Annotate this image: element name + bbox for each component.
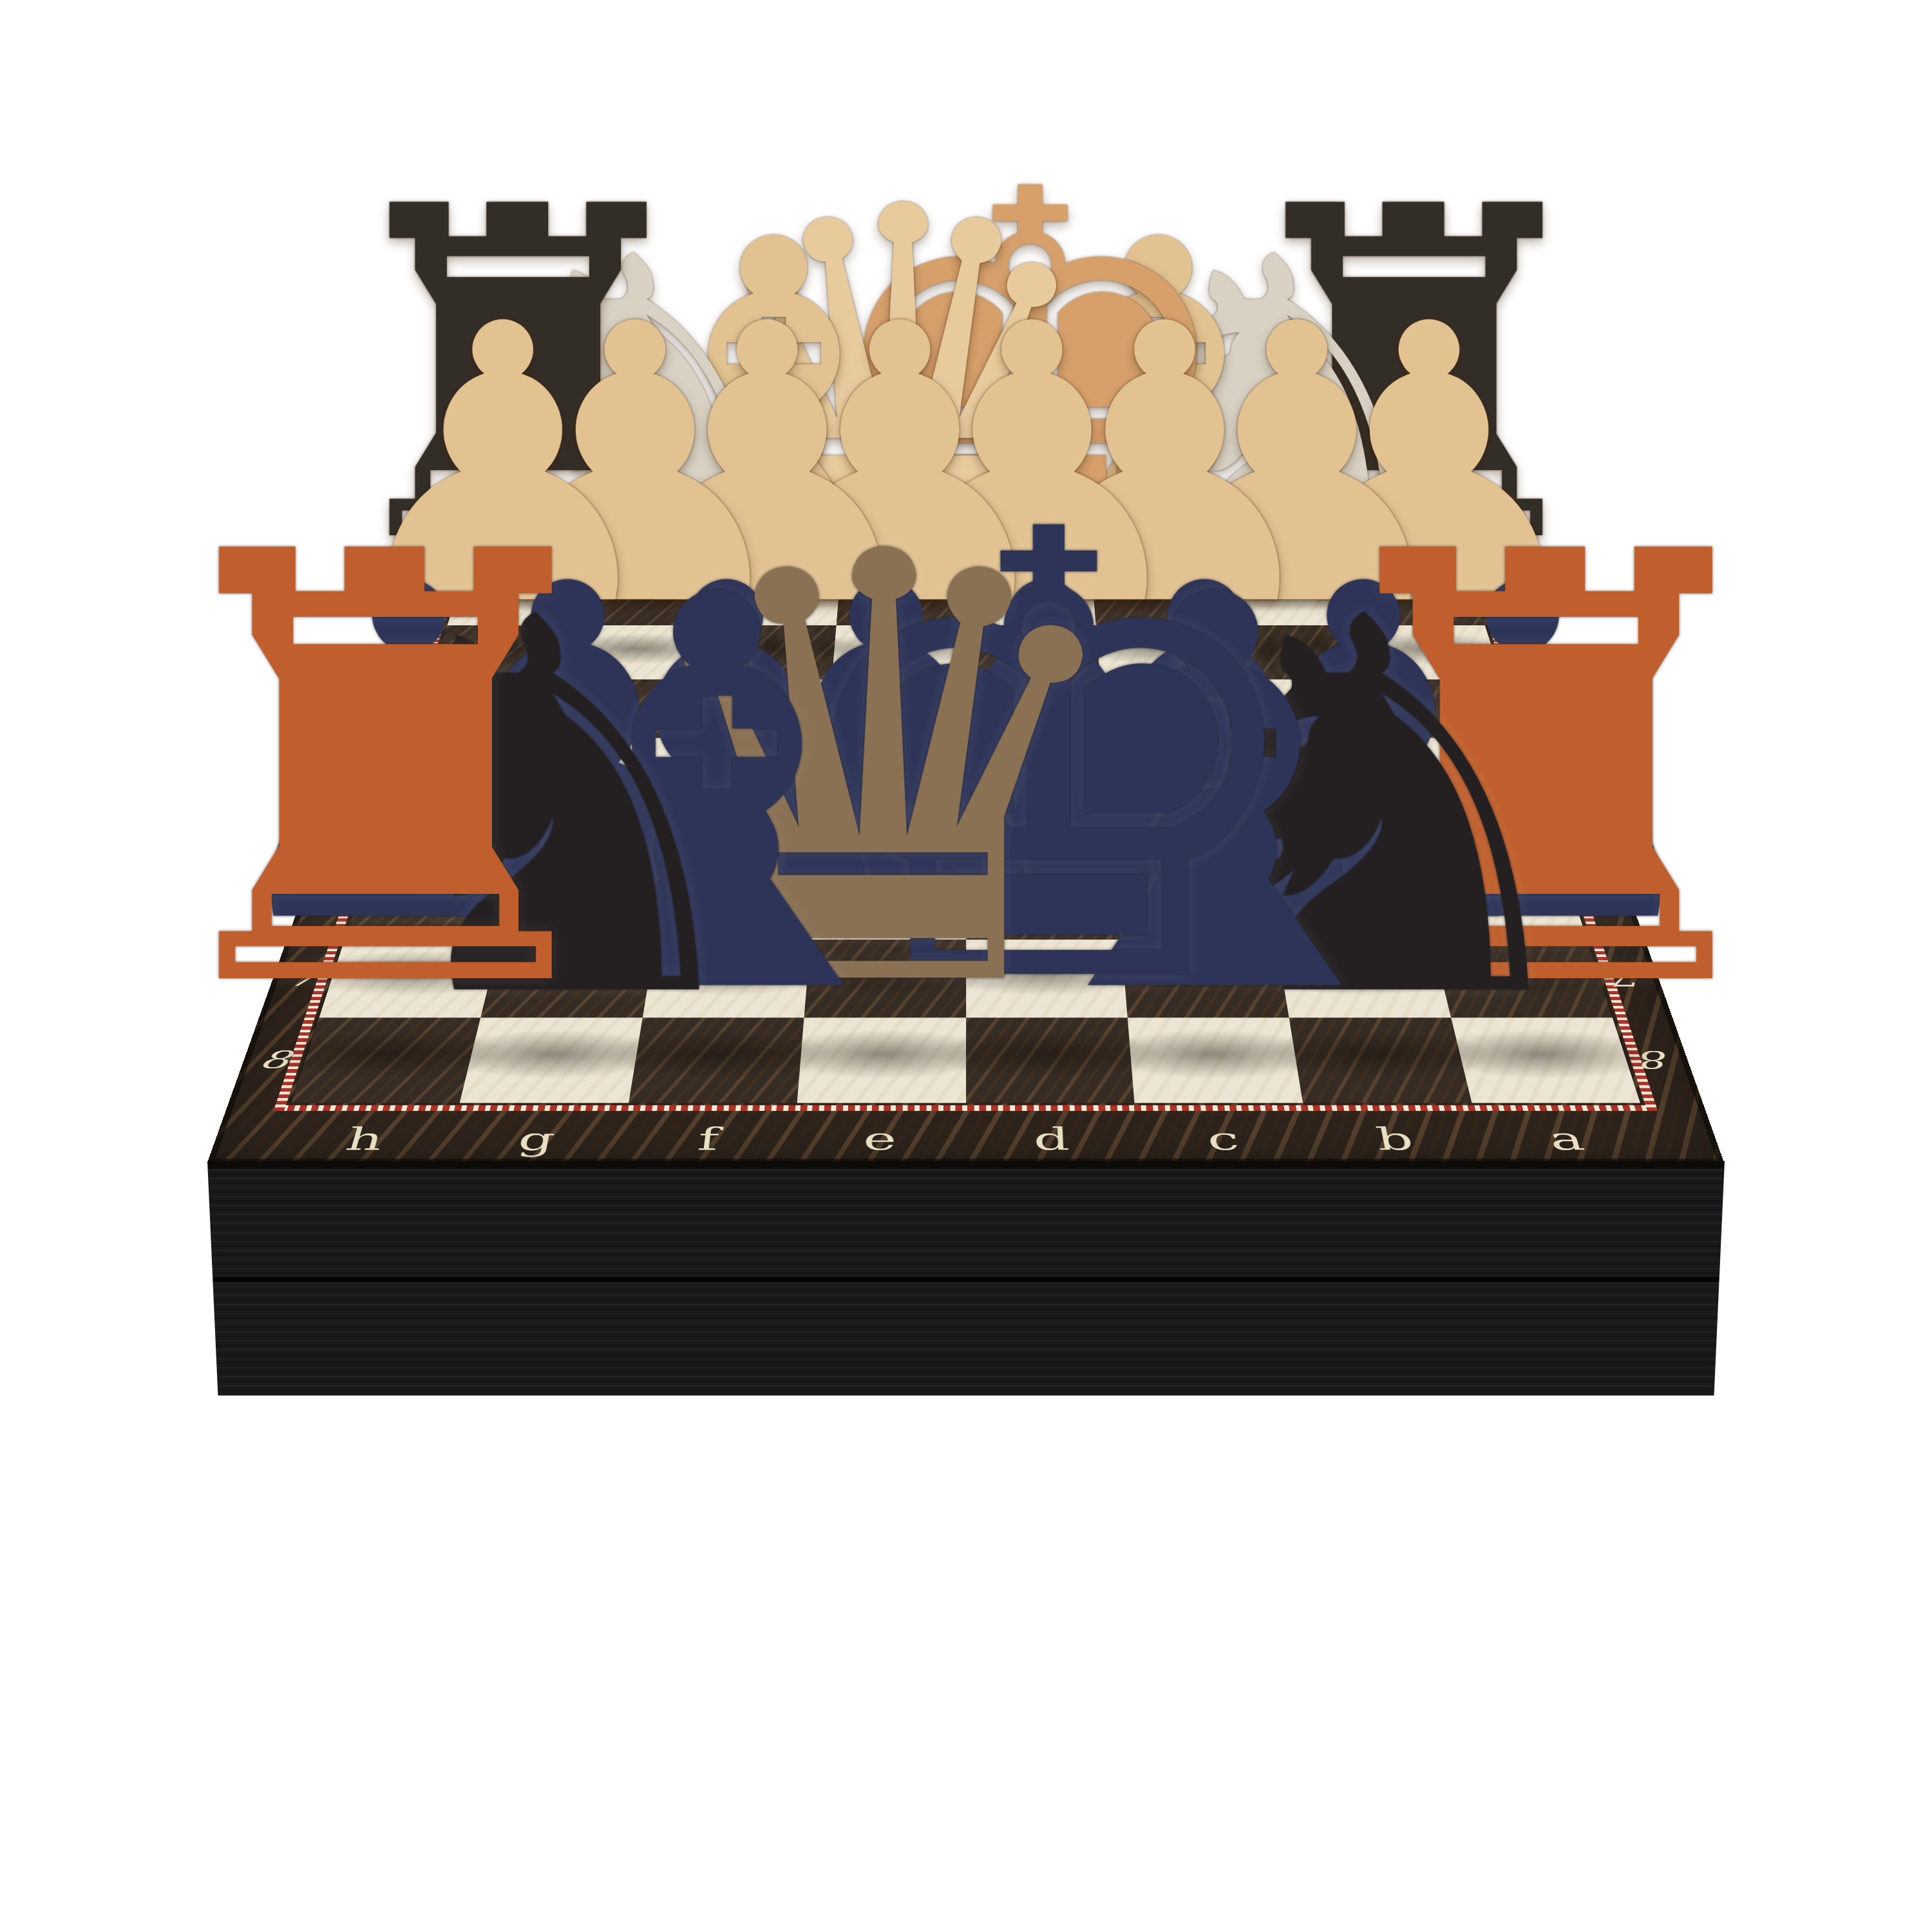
square-g2[interactable] (563, 625, 706, 679)
square-h6[interactable] (345, 867, 518, 940)
file-label-b: b (1328, 1122, 1463, 1157)
square-b7[interactable] (1276, 940, 1451, 1018)
square-c3[interactable] (1100, 679, 1244, 737)
square-g1[interactable] (577, 574, 715, 625)
square-c6[interactable] (1115, 867, 1276, 940)
square-h2[interactable] (430, 625, 577, 679)
trim-border-near (275, 1105, 1657, 1111)
square-d7[interactable] (966, 940, 1128, 1018)
square-a7[interactable] (1432, 940, 1613, 1018)
square-g6[interactable] (500, 867, 667, 940)
square-a6[interactable] (1414, 867, 1587, 940)
board-storage-box (207, 1161, 1725, 1396)
square-h3[interactable] (410, 679, 563, 737)
square-f1[interactable] (706, 574, 840, 625)
square-f4[interactable] (678, 738, 827, 800)
square-d2[interactable] (966, 625, 1100, 679)
square-h8[interactable] (291, 1018, 480, 1103)
file-label-c: c (1158, 1122, 1289, 1157)
square-b6[interactable] (1265, 867, 1432, 940)
square-a2[interactable] (1355, 625, 1502, 679)
square-c5[interactable] (1110, 800, 1264, 867)
file-label-f: f (642, 1122, 774, 1157)
file-label-e: e (815, 1122, 943, 1157)
square-d6[interactable] (966, 867, 1121, 940)
square-d8[interactable] (966, 1018, 1135, 1103)
square-a3[interactable] (1368, 679, 1522, 737)
square-g4[interactable] (534, 738, 688, 800)
square-d3[interactable] (966, 679, 1105, 737)
file-label-a: a (1498, 1122, 1635, 1157)
square-b5[interactable] (1254, 800, 1414, 867)
square-c7[interactable] (1121, 940, 1289, 1018)
square-d1[interactable] (966, 574, 1095, 625)
square-a1[interactable] (1343, 574, 1485, 625)
square-d4[interactable] (966, 738, 1110, 800)
square-e4[interactable] (822, 738, 966, 800)
file-label-g: g (469, 1122, 603, 1157)
square-a4[interactable] (1383, 738, 1542, 800)
square-b3[interactable] (1235, 679, 1383, 737)
square-f7[interactable] (643, 940, 811, 1018)
square-e8[interactable] (797, 1018, 966, 1103)
square-g3[interactable] (549, 679, 697, 737)
square-g8[interactable] (460, 1018, 642, 1103)
square-e2[interactable] (832, 625, 966, 679)
square-e6[interactable] (811, 867, 966, 940)
square-c4[interactable] (1105, 738, 1254, 800)
chess-board: hgfedcba1122334455667788♜♞♝♚♛♝♞♜♟♟♟♟♟♟♟♟… (207, 556, 1724, 1162)
square-h1[interactable] (447, 574, 589, 625)
board-squares (291, 574, 1640, 1103)
square-f5[interactable] (667, 800, 822, 867)
square-h5[interactable] (368, 800, 535, 867)
square-c1[interactable] (1092, 574, 1226, 625)
square-h7[interactable] (319, 940, 500, 1018)
square-f2[interactable] (698, 625, 837, 679)
square-e7[interactable] (804, 940, 966, 1018)
square-b4[interactable] (1244, 738, 1397, 800)
file-label-h: h (296, 1122, 433, 1157)
file-label-d: d (988, 1122, 1117, 1157)
square-h4[interactable] (390, 738, 549, 800)
square-c2[interactable] (1096, 625, 1235, 679)
square-a5[interactable] (1397, 800, 1563, 867)
square-f3[interactable] (688, 679, 832, 737)
square-b2[interactable] (1226, 625, 1368, 679)
square-f8[interactable] (629, 1018, 804, 1103)
square-c8[interactable] (1128, 1018, 1303, 1103)
square-e1[interactable] (837, 574, 966, 625)
square-b1[interactable] (1217, 574, 1355, 625)
square-e5[interactable] (817, 800, 966, 867)
box-lid-seam (207, 1277, 1725, 1282)
square-f6[interactable] (655, 867, 816, 940)
square-g5[interactable] (518, 800, 678, 867)
square-a8[interactable] (1451, 1018, 1640, 1103)
square-e3[interactable] (827, 679, 966, 737)
square-g7[interactable] (480, 940, 655, 1018)
square-b8[interactable] (1289, 1018, 1472, 1103)
product-photo-scene: hgfedcba1122334455667788♜♞♝♚♛♝♞♜♟♟♟♟♟♟♟♟… (0, 0, 1932, 1932)
square-d5[interactable] (966, 800, 1115, 867)
